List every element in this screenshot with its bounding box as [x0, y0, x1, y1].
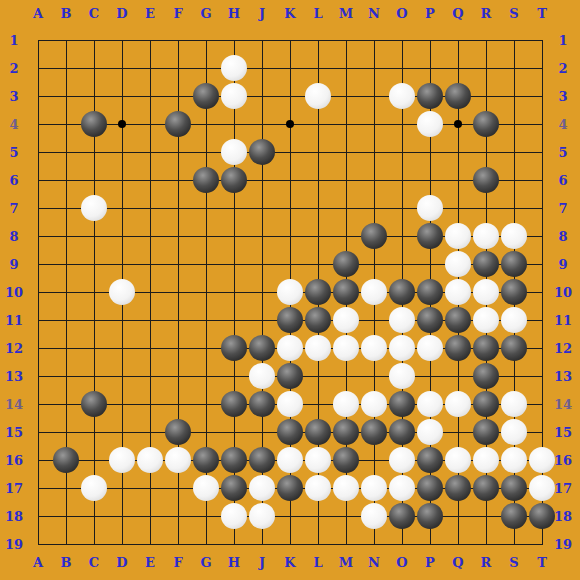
intersection-J18[interactable] — [248, 502, 276, 530]
intersection-H16[interactable] — [220, 446, 248, 474]
intersection-B13[interactable] — [52, 362, 80, 390]
intersection-T9[interactable] — [528, 250, 556, 278]
intersection-M11[interactable] — [332, 306, 360, 334]
intersection-G4[interactable] — [192, 110, 220, 138]
intersection-F1[interactable] — [164, 26, 192, 54]
intersection-P17[interactable] — [416, 474, 444, 502]
intersection-K17[interactable] — [276, 474, 304, 502]
intersection-D11[interactable] — [108, 306, 136, 334]
intersection-P16[interactable] — [416, 446, 444, 474]
intersection-Q18[interactable] — [444, 502, 472, 530]
intersection-M3[interactable] — [332, 82, 360, 110]
intersection-B3[interactable] — [52, 82, 80, 110]
intersection-A10[interactable] — [24, 278, 52, 306]
intersection-M1[interactable] — [332, 26, 360, 54]
intersection-P3[interactable] — [416, 82, 444, 110]
intersection-L16[interactable] — [304, 446, 332, 474]
intersection-M8[interactable] — [332, 222, 360, 250]
intersection-H18[interactable] — [220, 502, 248, 530]
intersection-N12[interactable] — [360, 334, 388, 362]
intersection-L15[interactable] — [304, 418, 332, 446]
intersection-K5[interactable] — [276, 138, 304, 166]
intersection-H13[interactable] — [220, 362, 248, 390]
intersection-R14[interactable] — [472, 390, 500, 418]
intersection-C10[interactable] — [80, 278, 108, 306]
intersection-B14[interactable] — [52, 390, 80, 418]
intersection-L19[interactable] — [304, 530, 332, 558]
intersection-L14[interactable] — [304, 390, 332, 418]
intersection-O10[interactable] — [388, 278, 416, 306]
intersection-C16[interactable] — [80, 446, 108, 474]
intersection-K11[interactable] — [276, 306, 304, 334]
intersection-D5[interactable] — [108, 138, 136, 166]
intersection-E4[interactable] — [136, 110, 164, 138]
intersection-J8[interactable] — [248, 222, 276, 250]
intersection-S2[interactable] — [500, 54, 528, 82]
intersection-G7[interactable] — [192, 194, 220, 222]
intersection-O8[interactable] — [388, 222, 416, 250]
intersection-M17[interactable] — [332, 474, 360, 502]
intersection-R5[interactable] — [472, 138, 500, 166]
intersection-G13[interactable] — [192, 362, 220, 390]
intersection-B9[interactable] — [52, 250, 80, 278]
intersection-S14[interactable] — [500, 390, 528, 418]
intersection-J14[interactable] — [248, 390, 276, 418]
intersection-R16[interactable] — [472, 446, 500, 474]
intersection-D18[interactable] — [108, 502, 136, 530]
intersection-Q10[interactable] — [444, 278, 472, 306]
intersection-L6[interactable] — [304, 166, 332, 194]
intersection-M9[interactable] — [332, 250, 360, 278]
intersection-E2[interactable] — [136, 54, 164, 82]
intersection-T13[interactable] — [528, 362, 556, 390]
intersection-J9[interactable] — [248, 250, 276, 278]
intersection-T7[interactable] — [528, 194, 556, 222]
intersection-C15[interactable] — [80, 418, 108, 446]
intersection-E3[interactable] — [136, 82, 164, 110]
intersection-T2[interactable] — [528, 54, 556, 82]
intersection-F16[interactable] — [164, 446, 192, 474]
intersection-F12[interactable] — [164, 334, 192, 362]
intersection-K10[interactable] — [276, 278, 304, 306]
intersection-S3[interactable] — [500, 82, 528, 110]
intersection-P7[interactable] — [416, 194, 444, 222]
intersection-T4[interactable] — [528, 110, 556, 138]
intersection-H9[interactable] — [220, 250, 248, 278]
intersection-A11[interactable] — [24, 306, 52, 334]
intersection-A2[interactable] — [24, 54, 52, 82]
intersection-K19[interactable] — [276, 530, 304, 558]
intersection-O15[interactable] — [388, 418, 416, 446]
intersection-T5[interactable] — [528, 138, 556, 166]
intersection-D15[interactable] — [108, 418, 136, 446]
intersection-Q14[interactable] — [444, 390, 472, 418]
intersection-L9[interactable] — [304, 250, 332, 278]
intersection-R13[interactable] — [472, 362, 500, 390]
intersection-S12[interactable] — [500, 334, 528, 362]
intersection-P6[interactable] — [416, 166, 444, 194]
intersection-M13[interactable] — [332, 362, 360, 390]
intersection-N11[interactable] — [360, 306, 388, 334]
intersection-A8[interactable] — [24, 222, 52, 250]
intersection-J1[interactable] — [248, 26, 276, 54]
intersection-G1[interactable] — [192, 26, 220, 54]
intersection-R17[interactable] — [472, 474, 500, 502]
intersection-B8[interactable] — [52, 222, 80, 250]
intersection-T12[interactable] — [528, 334, 556, 362]
intersection-L7[interactable] — [304, 194, 332, 222]
intersection-B5[interactable] — [52, 138, 80, 166]
intersection-C4[interactable] — [80, 110, 108, 138]
intersection-H7[interactable] — [220, 194, 248, 222]
intersection-S7[interactable] — [500, 194, 528, 222]
intersection-F7[interactable] — [164, 194, 192, 222]
intersection-R7[interactable] — [472, 194, 500, 222]
intersection-J13[interactable] — [248, 362, 276, 390]
intersection-S4[interactable] — [500, 110, 528, 138]
intersection-T14[interactable] — [528, 390, 556, 418]
intersection-F9[interactable] — [164, 250, 192, 278]
intersection-K13[interactable] — [276, 362, 304, 390]
intersection-H2[interactable] — [220, 54, 248, 82]
intersection-T8[interactable] — [528, 222, 556, 250]
intersection-O5[interactable] — [388, 138, 416, 166]
intersection-E14[interactable] — [136, 390, 164, 418]
intersection-F18[interactable] — [164, 502, 192, 530]
intersection-P8[interactable] — [416, 222, 444, 250]
intersection-D6[interactable] — [108, 166, 136, 194]
intersection-B6[interactable] — [52, 166, 80, 194]
intersection-F13[interactable] — [164, 362, 192, 390]
intersection-S10[interactable] — [500, 278, 528, 306]
intersection-R1[interactable] — [472, 26, 500, 54]
intersection-C13[interactable] — [80, 362, 108, 390]
intersection-C18[interactable] — [80, 502, 108, 530]
intersection-D3[interactable] — [108, 82, 136, 110]
intersection-Q7[interactable] — [444, 194, 472, 222]
intersection-S5[interactable] — [500, 138, 528, 166]
intersection-R19[interactable] — [472, 530, 500, 558]
intersection-R11[interactable] — [472, 306, 500, 334]
intersection-S18[interactable] — [500, 502, 528, 530]
intersection-F15[interactable] — [164, 418, 192, 446]
intersection-C6[interactable] — [80, 166, 108, 194]
intersection-E12[interactable] — [136, 334, 164, 362]
intersection-T17[interactable] — [528, 474, 556, 502]
intersection-A17[interactable] — [24, 474, 52, 502]
intersection-N1[interactable] — [360, 26, 388, 54]
intersection-F5[interactable] — [164, 138, 192, 166]
intersection-G17[interactable] — [192, 474, 220, 502]
intersection-O16[interactable] — [388, 446, 416, 474]
intersection-O12[interactable] — [388, 334, 416, 362]
intersection-H8[interactable] — [220, 222, 248, 250]
intersection-T3[interactable] — [528, 82, 556, 110]
intersection-F6[interactable] — [164, 166, 192, 194]
intersection-R10[interactable] — [472, 278, 500, 306]
intersection-Q12[interactable] — [444, 334, 472, 362]
intersection-D14[interactable] — [108, 390, 136, 418]
intersection-B4[interactable] — [52, 110, 80, 138]
intersection-P18[interactable] — [416, 502, 444, 530]
intersection-F10[interactable] — [164, 278, 192, 306]
intersection-B10[interactable] — [52, 278, 80, 306]
intersection-F8[interactable] — [164, 222, 192, 250]
intersection-A7[interactable] — [24, 194, 52, 222]
intersection-S6[interactable] — [500, 166, 528, 194]
intersection-D2[interactable] — [108, 54, 136, 82]
intersection-M18[interactable] — [332, 502, 360, 530]
intersection-T15[interactable] — [528, 418, 556, 446]
intersection-E18[interactable] — [136, 502, 164, 530]
intersection-M19[interactable] — [332, 530, 360, 558]
intersection-Q4[interactable] — [444, 110, 472, 138]
intersection-A9[interactable] — [24, 250, 52, 278]
intersection-P11[interactable] — [416, 306, 444, 334]
intersection-F3[interactable] — [164, 82, 192, 110]
intersection-K8[interactable] — [276, 222, 304, 250]
intersection-P5[interactable] — [416, 138, 444, 166]
intersection-R12[interactable] — [472, 334, 500, 362]
intersection-J3[interactable] — [248, 82, 276, 110]
intersection-L5[interactable] — [304, 138, 332, 166]
intersection-A6[interactable] — [24, 166, 52, 194]
intersection-N13[interactable] — [360, 362, 388, 390]
intersection-B7[interactable] — [52, 194, 80, 222]
intersection-S15[interactable] — [500, 418, 528, 446]
intersection-G8[interactable] — [192, 222, 220, 250]
intersection-R18[interactable] — [472, 502, 500, 530]
intersection-C8[interactable] — [80, 222, 108, 250]
intersection-N6[interactable] — [360, 166, 388, 194]
intersection-H1[interactable] — [220, 26, 248, 54]
intersection-N8[interactable] — [360, 222, 388, 250]
intersection-G18[interactable] — [192, 502, 220, 530]
intersection-C11[interactable] — [80, 306, 108, 334]
intersection-O7[interactable] — [388, 194, 416, 222]
intersection-Q9[interactable] — [444, 250, 472, 278]
intersection-K14[interactable] — [276, 390, 304, 418]
intersection-L3[interactable] — [304, 82, 332, 110]
intersection-B1[interactable] — [52, 26, 80, 54]
intersection-B15[interactable] — [52, 418, 80, 446]
intersection-Q1[interactable] — [444, 26, 472, 54]
intersection-S17[interactable] — [500, 474, 528, 502]
intersection-N15[interactable] — [360, 418, 388, 446]
intersection-A1[interactable] — [24, 26, 52, 54]
intersection-D19[interactable] — [108, 530, 136, 558]
intersection-E7[interactable] — [136, 194, 164, 222]
intersection-K6[interactable] — [276, 166, 304, 194]
intersection-C14[interactable] — [80, 390, 108, 418]
intersection-Q16[interactable] — [444, 446, 472, 474]
intersection-K4[interactable] — [276, 110, 304, 138]
intersection-E1[interactable] — [136, 26, 164, 54]
intersection-B11[interactable] — [52, 306, 80, 334]
intersection-K7[interactable] — [276, 194, 304, 222]
intersection-F2[interactable] — [164, 54, 192, 82]
intersection-D4[interactable] — [108, 110, 136, 138]
intersection-B17[interactable] — [52, 474, 80, 502]
intersection-O3[interactable] — [388, 82, 416, 110]
intersection-P19[interactable] — [416, 530, 444, 558]
intersection-T19[interactable] — [528, 530, 556, 558]
intersection-M16[interactable] — [332, 446, 360, 474]
intersection-A13[interactable] — [24, 362, 52, 390]
intersection-J15[interactable] — [248, 418, 276, 446]
intersection-G11[interactable] — [192, 306, 220, 334]
intersection-N3[interactable] — [360, 82, 388, 110]
intersection-A4[interactable] — [24, 110, 52, 138]
intersection-D7[interactable] — [108, 194, 136, 222]
intersection-R4[interactable] — [472, 110, 500, 138]
intersection-H10[interactable] — [220, 278, 248, 306]
intersection-Q19[interactable] — [444, 530, 472, 558]
intersection-T1[interactable] — [528, 26, 556, 54]
intersection-J5[interactable] — [248, 138, 276, 166]
intersection-N17[interactable] — [360, 474, 388, 502]
intersection-B19[interactable] — [52, 530, 80, 558]
intersection-O19[interactable] — [388, 530, 416, 558]
intersection-D17[interactable] — [108, 474, 136, 502]
intersection-L11[interactable] — [304, 306, 332, 334]
intersection-D9[interactable] — [108, 250, 136, 278]
intersection-L12[interactable] — [304, 334, 332, 362]
intersection-G16[interactable] — [192, 446, 220, 474]
intersection-L8[interactable] — [304, 222, 332, 250]
intersection-R9[interactable] — [472, 250, 500, 278]
intersection-O18[interactable] — [388, 502, 416, 530]
intersection-N2[interactable] — [360, 54, 388, 82]
intersection-Q11[interactable] — [444, 306, 472, 334]
intersection-S8[interactable] — [500, 222, 528, 250]
intersection-D10[interactable] — [108, 278, 136, 306]
intersection-C9[interactable] — [80, 250, 108, 278]
intersection-L18[interactable] — [304, 502, 332, 530]
intersection-E5[interactable] — [136, 138, 164, 166]
intersection-Q8[interactable] — [444, 222, 472, 250]
intersection-M6[interactable] — [332, 166, 360, 194]
intersection-T18[interactable] — [528, 502, 556, 530]
intersection-Q3[interactable] — [444, 82, 472, 110]
intersection-D12[interactable] — [108, 334, 136, 362]
intersection-N7[interactable] — [360, 194, 388, 222]
intersection-P10[interactable] — [416, 278, 444, 306]
intersection-S11[interactable] — [500, 306, 528, 334]
intersection-R8[interactable] — [472, 222, 500, 250]
intersection-O2[interactable] — [388, 54, 416, 82]
intersection-R15[interactable] — [472, 418, 500, 446]
intersection-E19[interactable] — [136, 530, 164, 558]
intersection-E6[interactable] — [136, 166, 164, 194]
intersection-T11[interactable] — [528, 306, 556, 334]
intersection-M5[interactable] — [332, 138, 360, 166]
intersection-D1[interactable] — [108, 26, 136, 54]
intersection-N14[interactable] — [360, 390, 388, 418]
intersection-N4[interactable] — [360, 110, 388, 138]
intersection-E9[interactable] — [136, 250, 164, 278]
intersection-E8[interactable] — [136, 222, 164, 250]
intersection-N10[interactable] — [360, 278, 388, 306]
intersection-J19[interactable] — [248, 530, 276, 558]
intersection-G15[interactable] — [192, 418, 220, 446]
intersection-G5[interactable] — [192, 138, 220, 166]
intersection-S13[interactable] — [500, 362, 528, 390]
intersection-L2[interactable] — [304, 54, 332, 82]
intersection-M15[interactable] — [332, 418, 360, 446]
intersection-F4[interactable] — [164, 110, 192, 138]
intersection-M10[interactable] — [332, 278, 360, 306]
intersection-A16[interactable] — [24, 446, 52, 474]
intersection-C3[interactable] — [80, 82, 108, 110]
intersection-J4[interactable] — [248, 110, 276, 138]
intersection-H14[interactable] — [220, 390, 248, 418]
intersection-D8[interactable] — [108, 222, 136, 250]
intersection-O17[interactable] — [388, 474, 416, 502]
intersection-E16[interactable] — [136, 446, 164, 474]
intersection-C17[interactable] — [80, 474, 108, 502]
intersection-O1[interactable] — [388, 26, 416, 54]
intersection-B12[interactable] — [52, 334, 80, 362]
intersection-A19[interactable] — [24, 530, 52, 558]
intersection-G14[interactable] — [192, 390, 220, 418]
intersection-S16[interactable] — [500, 446, 528, 474]
intersection-P13[interactable] — [416, 362, 444, 390]
intersection-T6[interactable] — [528, 166, 556, 194]
intersection-E10[interactable] — [136, 278, 164, 306]
intersection-O13[interactable] — [388, 362, 416, 390]
intersection-K15[interactable] — [276, 418, 304, 446]
intersection-H5[interactable] — [220, 138, 248, 166]
intersection-M4[interactable] — [332, 110, 360, 138]
intersection-O11[interactable] — [388, 306, 416, 334]
intersection-M2[interactable] — [332, 54, 360, 82]
intersection-F14[interactable] — [164, 390, 192, 418]
intersection-H15[interactable] — [220, 418, 248, 446]
intersection-L13[interactable] — [304, 362, 332, 390]
intersection-G19[interactable] — [192, 530, 220, 558]
intersection-P9[interactable] — [416, 250, 444, 278]
intersection-P2[interactable] — [416, 54, 444, 82]
intersection-C12[interactable] — [80, 334, 108, 362]
intersection-N16[interactable] — [360, 446, 388, 474]
intersection-P1[interactable] — [416, 26, 444, 54]
intersection-B18[interactable] — [52, 502, 80, 530]
intersection-Q15[interactable] — [444, 418, 472, 446]
intersection-K1[interactable] — [276, 26, 304, 54]
intersection-S1[interactable] — [500, 26, 528, 54]
intersection-S9[interactable] — [500, 250, 528, 278]
intersection-A12[interactable] — [24, 334, 52, 362]
intersection-G2[interactable] — [192, 54, 220, 82]
intersection-L17[interactable] — [304, 474, 332, 502]
intersection-C19[interactable] — [80, 530, 108, 558]
intersection-O9[interactable] — [388, 250, 416, 278]
intersection-C5[interactable] — [80, 138, 108, 166]
intersection-E17[interactable] — [136, 474, 164, 502]
intersection-H4[interactable] — [220, 110, 248, 138]
intersection-B2[interactable] — [52, 54, 80, 82]
intersection-N19[interactable] — [360, 530, 388, 558]
intersection-J2[interactable] — [248, 54, 276, 82]
intersection-O4[interactable] — [388, 110, 416, 138]
intersection-C2[interactable] — [80, 54, 108, 82]
intersection-F11[interactable] — [164, 306, 192, 334]
intersection-P4[interactable] — [416, 110, 444, 138]
intersection-G6[interactable] — [192, 166, 220, 194]
intersection-E13[interactable] — [136, 362, 164, 390]
intersection-R6[interactable] — [472, 166, 500, 194]
